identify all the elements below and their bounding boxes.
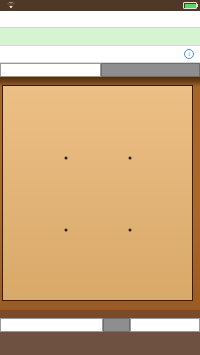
move-list: i [0,11,200,63]
wifi-icon [7,2,15,10]
move-row-1[interactable] [0,11,200,28]
gote-bar [0,63,200,77]
star-point [128,157,131,160]
gote-captured-tray[interactable] [101,63,200,77]
rank-labels [194,85,200,301]
info-icon[interactable]: i [184,49,194,59]
move-row-3[interactable]: i [0,46,200,63]
shogi-board [0,77,200,310]
sente-captured-tray[interactable] [103,318,130,332]
star-point [65,229,68,232]
sente-bar [0,318,200,332]
current-move-indicator [130,318,200,332]
status-bar [0,0,200,11]
star-point [128,229,131,232]
board-grid [2,85,193,301]
star-point [65,157,68,160]
sente-clock [0,318,103,332]
gote-clock [0,63,101,77]
move-row-2-selected[interactable] [0,28,200,45]
bottom-toolbar [0,332,200,355]
battery-icon [183,2,197,9]
